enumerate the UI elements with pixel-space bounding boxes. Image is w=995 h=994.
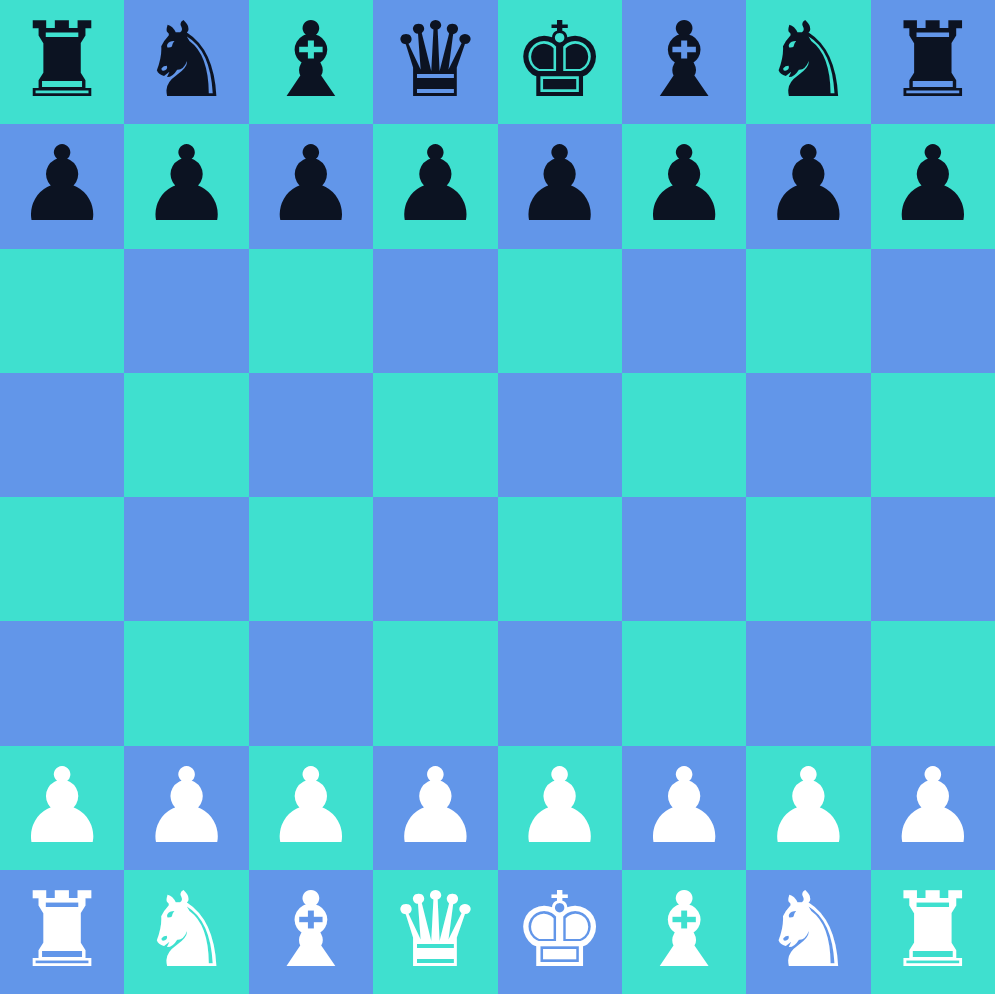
square-g2[interactable]: ♟ [746,746,870,870]
white-knight-piece[interactable]: ♞ [762,878,855,982]
square-a2[interactable]: ♟ [0,746,124,870]
square-c7[interactable]: ♟ [249,124,373,248]
black-knight-piece[interactable]: ♞ [762,8,855,112]
black-rook-piece[interactable]: ♜ [886,8,979,112]
square-g7[interactable]: ♟ [746,124,870,248]
square-b1[interactable]: ♞ [124,870,248,994]
square-g6[interactable] [746,249,870,373]
square-e5[interactable] [498,373,622,497]
square-a1[interactable]: ♜ [0,870,124,994]
chess-board: ♜♞♝♛♚♝♞♜♟♟♟♟♟♟♟♟♟♟♟♟♟♟♟♟♜♞♝♛♚♝♞♜ [0,0,995,994]
black-bishop-piece[interactable]: ♝ [637,8,730,112]
white-knight-piece[interactable]: ♞ [140,878,233,982]
square-f2[interactable]: ♟ [622,746,746,870]
square-e1[interactable]: ♚ [498,870,622,994]
square-a4[interactable] [0,497,124,621]
square-a6[interactable] [0,249,124,373]
square-d7[interactable]: ♟ [373,124,497,248]
white-pawn-piece[interactable]: ♟ [16,754,109,858]
white-queen-piece[interactable]: ♛ [389,878,482,982]
white-bishop-piece[interactable]: ♝ [264,878,357,982]
square-g1[interactable]: ♞ [746,870,870,994]
black-pawn-piece[interactable]: ♟ [389,132,482,236]
square-e7[interactable]: ♟ [498,124,622,248]
white-pawn-piece[interactable]: ♟ [389,754,482,858]
square-h5[interactable] [871,373,995,497]
square-e2[interactable]: ♟ [498,746,622,870]
square-b3[interactable] [124,621,248,745]
square-h1[interactable]: ♜ [871,870,995,994]
square-b6[interactable] [124,249,248,373]
square-d1[interactable]: ♛ [373,870,497,994]
square-e8[interactable]: ♚ [498,0,622,124]
square-b2[interactable]: ♟ [124,746,248,870]
white-pawn-piece[interactable]: ♟ [886,754,979,858]
square-g3[interactable] [746,621,870,745]
square-b8[interactable]: ♞ [124,0,248,124]
black-bishop-piece[interactable]: ♝ [264,8,357,112]
square-a8[interactable]: ♜ [0,0,124,124]
square-f1[interactable]: ♝ [622,870,746,994]
white-rook-piece[interactable]: ♜ [886,878,979,982]
square-e4[interactable] [498,497,622,621]
square-h2[interactable]: ♟ [871,746,995,870]
white-pawn-piece[interactable]: ♟ [637,754,730,858]
white-rook-piece[interactable]: ♜ [16,878,109,982]
white-bishop-piece[interactable]: ♝ [637,878,730,982]
square-h6[interactable] [871,249,995,373]
white-pawn-piece[interactable]: ♟ [513,754,606,858]
square-e6[interactable] [498,249,622,373]
square-d3[interactable] [373,621,497,745]
white-pawn-piece[interactable]: ♟ [140,754,233,858]
square-c8[interactable]: ♝ [249,0,373,124]
square-f4[interactable] [622,497,746,621]
square-b5[interactable] [124,373,248,497]
square-f7[interactable]: ♟ [622,124,746,248]
square-c2[interactable]: ♟ [249,746,373,870]
black-knight-piece[interactable]: ♞ [140,8,233,112]
white-pawn-piece[interactable]: ♟ [762,754,855,858]
black-pawn-piece[interactable]: ♟ [513,132,606,236]
square-h4[interactable] [871,497,995,621]
white-king-piece[interactable]: ♚ [513,878,606,982]
square-d2[interactable]: ♟ [373,746,497,870]
square-d6[interactable] [373,249,497,373]
square-d8[interactable]: ♛ [373,0,497,124]
black-pawn-piece[interactable]: ♟ [16,132,109,236]
black-pawn-piece[interactable]: ♟ [637,132,730,236]
square-b7[interactable]: ♟ [124,124,248,248]
black-king-piece[interactable]: ♚ [513,8,606,112]
square-f6[interactable] [622,249,746,373]
square-d5[interactable] [373,373,497,497]
square-f8[interactable]: ♝ [622,0,746,124]
white-pawn-piece[interactable]: ♟ [264,754,357,858]
square-g8[interactable]: ♞ [746,0,870,124]
square-c1[interactable]: ♝ [249,870,373,994]
black-queen-piece[interactable]: ♛ [389,8,482,112]
square-h7[interactable]: ♟ [871,124,995,248]
square-f5[interactable] [622,373,746,497]
square-a7[interactable]: ♟ [0,124,124,248]
square-a5[interactable] [0,373,124,497]
square-c3[interactable] [249,621,373,745]
black-pawn-piece[interactable]: ♟ [140,132,233,236]
square-c6[interactable] [249,249,373,373]
black-rook-piece[interactable]: ♜ [16,8,109,112]
black-pawn-piece[interactable]: ♟ [886,132,979,236]
black-pawn-piece[interactable]: ♟ [762,132,855,236]
square-c5[interactable] [249,373,373,497]
square-d4[interactable] [373,497,497,621]
square-e3[interactable] [498,621,622,745]
square-h8[interactable]: ♜ [871,0,995,124]
black-pawn-piece[interactable]: ♟ [264,132,357,236]
square-h3[interactable] [871,621,995,745]
square-a3[interactable] [0,621,124,745]
square-g5[interactable] [746,373,870,497]
square-c4[interactable] [249,497,373,621]
square-b4[interactable] [124,497,248,621]
square-g4[interactable] [746,497,870,621]
square-f3[interactable] [622,621,746,745]
